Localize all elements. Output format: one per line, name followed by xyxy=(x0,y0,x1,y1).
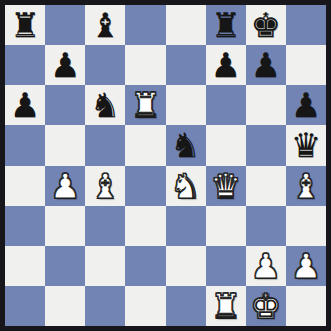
square-a2[interactable] xyxy=(5,246,45,286)
square-h5[interactable]: ♛ xyxy=(286,125,326,165)
square-d8[interactable] xyxy=(125,5,165,45)
piece-white-pawn-g2[interactable]: ♟ xyxy=(246,246,286,286)
square-a3[interactable] xyxy=(5,206,45,246)
square-e2[interactable] xyxy=(166,246,206,286)
square-g7[interactable]: ♟ xyxy=(246,45,286,85)
square-c7[interactable] xyxy=(85,45,125,85)
square-e1[interactable] xyxy=(166,286,206,326)
square-f5[interactable] xyxy=(206,125,246,165)
square-c2[interactable] xyxy=(85,246,125,286)
square-h4[interactable]: ♝ xyxy=(286,166,326,206)
piece-black-rook-a8[interactable]: ♜ xyxy=(5,5,45,45)
piece-white-pawn-b4[interactable]: ♟ xyxy=(45,166,85,206)
square-d2[interactable] xyxy=(125,246,165,286)
piece-black-knight-e5[interactable]: ♞ xyxy=(166,125,206,165)
piece-black-pawn-h6[interactable]: ♟ xyxy=(286,85,326,125)
piece-black-pawn-a6[interactable]: ♟ xyxy=(5,85,45,125)
piece-black-pawn-f7[interactable]: ♟ xyxy=(206,45,246,85)
square-f1[interactable]: ♜ xyxy=(206,286,246,326)
square-d6[interactable]: ♜ xyxy=(125,85,165,125)
chess-board-frame: ♜♝♜♚♟♟♟♟♞♜♟♞♛♟♝♞♛♝♟♟♜♚ xyxy=(0,0,331,331)
piece-black-king-g8[interactable]: ♚ xyxy=(246,5,286,45)
square-a1[interactable] xyxy=(5,286,45,326)
square-f3[interactable] xyxy=(206,206,246,246)
square-g2[interactable]: ♟ xyxy=(246,246,286,286)
square-f7[interactable]: ♟ xyxy=(206,45,246,85)
piece-white-queen-f4[interactable]: ♛ xyxy=(206,166,246,206)
square-a7[interactable] xyxy=(5,45,45,85)
square-g8[interactable]: ♚ xyxy=(246,5,286,45)
square-h3[interactable] xyxy=(286,206,326,246)
square-c3[interactable] xyxy=(85,206,125,246)
square-b3[interactable] xyxy=(45,206,85,246)
square-h1[interactable] xyxy=(286,286,326,326)
square-g6[interactable] xyxy=(246,85,286,125)
square-a5[interactable] xyxy=(5,125,45,165)
square-e6[interactable] xyxy=(166,85,206,125)
chess-board: ♜♝♜♚♟♟♟♟♞♜♟♞♛♟♝♞♛♝♟♟♜♚ xyxy=(5,5,326,326)
piece-black-pawn-g7[interactable]: ♟ xyxy=(246,45,286,85)
square-h7[interactable] xyxy=(286,45,326,85)
square-c5[interactable] xyxy=(85,125,125,165)
square-h2[interactable]: ♟ xyxy=(286,246,326,286)
piece-white-bishop-c4[interactable]: ♝ xyxy=(85,166,125,206)
square-b4[interactable]: ♟ xyxy=(45,166,85,206)
square-f4[interactable]: ♛ xyxy=(206,166,246,206)
square-b6[interactable] xyxy=(45,85,85,125)
square-d1[interactable] xyxy=(125,286,165,326)
piece-white-knight-e4[interactable]: ♞ xyxy=(166,166,206,206)
piece-black-queen-h5[interactable]: ♛ xyxy=(286,125,326,165)
square-f6[interactable] xyxy=(206,85,246,125)
square-e3[interactable] xyxy=(166,206,206,246)
square-b5[interactable] xyxy=(45,125,85,165)
square-c1[interactable] xyxy=(85,286,125,326)
square-e4[interactable]: ♞ xyxy=(166,166,206,206)
square-b2[interactable] xyxy=(45,246,85,286)
piece-white-rook-f1[interactable]: ♜ xyxy=(206,286,246,326)
piece-white-bishop-h4[interactable]: ♝ xyxy=(286,166,326,206)
square-d5[interactable] xyxy=(125,125,165,165)
square-e8[interactable] xyxy=(166,5,206,45)
square-a4[interactable] xyxy=(5,166,45,206)
square-a6[interactable]: ♟ xyxy=(5,85,45,125)
square-h8[interactable] xyxy=(286,5,326,45)
piece-white-king-g1[interactable]: ♚ xyxy=(246,286,286,326)
square-g5[interactable] xyxy=(246,125,286,165)
square-c4[interactable]: ♝ xyxy=(85,166,125,206)
square-d3[interactable] xyxy=(125,206,165,246)
square-e7[interactable] xyxy=(166,45,206,85)
square-f2[interactable] xyxy=(206,246,246,286)
square-c6[interactable]: ♞ xyxy=(85,85,125,125)
square-f8[interactable]: ♜ xyxy=(206,5,246,45)
piece-black-bishop-c8[interactable]: ♝ xyxy=(85,5,125,45)
square-b1[interactable] xyxy=(45,286,85,326)
piece-white-pawn-h2[interactable]: ♟ xyxy=(286,246,326,286)
piece-black-pawn-b7[interactable]: ♟ xyxy=(45,45,85,85)
square-b8[interactable] xyxy=(45,5,85,45)
square-d7[interactable] xyxy=(125,45,165,85)
square-g3[interactable] xyxy=(246,206,286,246)
square-g1[interactable]: ♚ xyxy=(246,286,286,326)
square-c8[interactable]: ♝ xyxy=(85,5,125,45)
piece-black-rook-f8[interactable]: ♜ xyxy=(206,5,246,45)
square-b7[interactable]: ♟ xyxy=(45,45,85,85)
square-a8[interactable]: ♜ xyxy=(5,5,45,45)
square-e5[interactable]: ♞ xyxy=(166,125,206,165)
square-g4[interactable] xyxy=(246,166,286,206)
square-h6[interactable]: ♟ xyxy=(286,85,326,125)
piece-black-knight-c6[interactable]: ♞ xyxy=(85,85,125,125)
piece-white-rook-d6[interactable]: ♜ xyxy=(125,85,165,125)
square-d4[interactable] xyxy=(125,166,165,206)
